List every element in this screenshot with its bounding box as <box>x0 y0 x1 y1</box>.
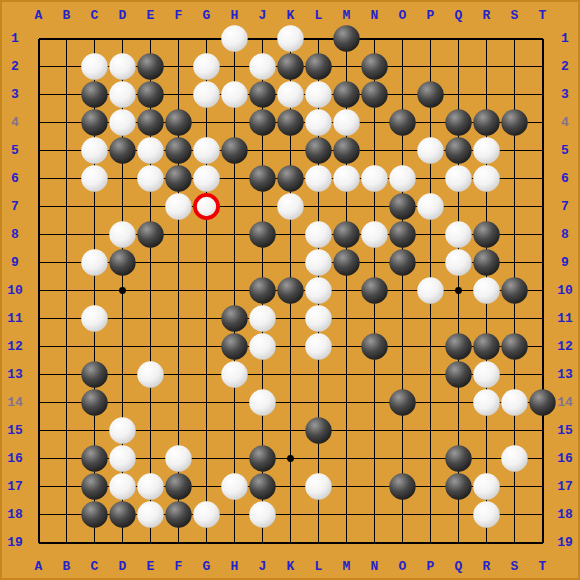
col-label-top: E <box>147 8 155 23</box>
stone-black <box>165 109 191 135</box>
col-label-bottom: J <box>259 559 267 574</box>
stone-black <box>445 333 471 359</box>
stone-black <box>137 81 163 107</box>
stone-white <box>445 165 471 191</box>
col-label-bottom: D <box>119 559 127 574</box>
row-label-right: 10 <box>557 283 573 298</box>
row-label-left: 8 <box>11 227 19 242</box>
row-label-left: 5 <box>11 143 19 158</box>
stone-white <box>501 389 527 415</box>
stone-white <box>417 277 443 303</box>
stone-white <box>81 137 107 163</box>
row-label-right: 9 <box>561 255 569 270</box>
col-label-bottom: Q <box>455 559 463 574</box>
stone-black <box>221 333 247 359</box>
stone-black <box>165 137 191 163</box>
stone-black <box>81 445 107 471</box>
stone-white <box>81 249 107 275</box>
stone-black <box>305 137 331 163</box>
stone-black <box>221 305 247 331</box>
stone-white <box>137 473 163 499</box>
stone-white <box>109 417 135 443</box>
stone-white <box>361 221 387 247</box>
stone-black <box>333 221 359 247</box>
stone-white <box>277 81 303 107</box>
stone-white <box>221 81 247 107</box>
row-label-left: 2 <box>11 59 19 74</box>
stone-white <box>305 333 331 359</box>
stone-white <box>305 165 331 191</box>
stone-white <box>305 277 331 303</box>
stone-black <box>109 501 135 527</box>
stone-black <box>277 165 303 191</box>
stone-black <box>249 109 275 135</box>
stone-white <box>445 249 471 275</box>
stone-white <box>81 53 107 79</box>
stone-black <box>417 81 443 107</box>
stone-white <box>165 445 191 471</box>
stone-black <box>277 109 303 135</box>
stone-white <box>305 473 331 499</box>
col-label-top: O <box>399 8 407 23</box>
stone-white <box>333 165 359 191</box>
stone-black <box>305 53 331 79</box>
star-point <box>119 287 126 294</box>
col-label-top: N <box>371 8 379 23</box>
stone-black <box>445 361 471 387</box>
stone-black <box>137 221 163 247</box>
row-label-left: 15 <box>7 423 23 438</box>
stone-black <box>165 501 191 527</box>
stone-black <box>361 333 387 359</box>
stone-white <box>417 137 443 163</box>
col-label-top: D <box>119 8 127 23</box>
stone-white <box>221 361 247 387</box>
stone-black <box>445 473 471 499</box>
stone-white <box>249 389 275 415</box>
stone-black <box>445 137 471 163</box>
stone-white <box>137 165 163 191</box>
stone-black <box>81 473 107 499</box>
stone-black <box>249 445 275 471</box>
stone-white <box>109 81 135 107</box>
stone-black <box>389 109 415 135</box>
row-label-right: 15 <box>557 423 573 438</box>
stone-black <box>361 81 387 107</box>
stone-white <box>305 109 331 135</box>
stone-white <box>137 137 163 163</box>
stone-black <box>361 277 387 303</box>
stone-white <box>109 473 135 499</box>
row-label-right: 5 <box>561 143 569 158</box>
row-label-right: 7 <box>561 199 569 214</box>
stone-white <box>137 361 163 387</box>
col-label-top: S <box>511 8 519 23</box>
stone-white <box>193 501 219 527</box>
col-label-top: F <box>175 8 183 23</box>
row-label-left: 17 <box>7 479 23 494</box>
stone-black <box>81 501 107 527</box>
col-label-bottom: C <box>91 559 99 574</box>
stone-white <box>473 473 499 499</box>
stone-white <box>193 165 219 191</box>
col-label-top: J <box>259 8 267 23</box>
stone-white <box>109 221 135 247</box>
stone-black <box>277 277 303 303</box>
stone-black <box>249 277 275 303</box>
col-label-top: A <box>35 8 43 23</box>
row-label-left: 11 <box>7 311 23 326</box>
row-label-left: 19 <box>7 535 23 550</box>
row-label-right: 17 <box>557 479 573 494</box>
go-board-svg[interactable]: AABBCCDDEEFFGGHHJJKKLLMMNNOOPPQQRRSSTT11… <box>0 0 580 580</box>
row-label-right: 13 <box>557 367 573 382</box>
star-point <box>287 455 294 462</box>
stone-black <box>333 81 359 107</box>
col-label-top: K <box>287 8 295 23</box>
stone-black <box>389 389 415 415</box>
row-label-right: 11 <box>557 311 573 326</box>
stone-black <box>305 417 331 443</box>
stone-black <box>81 361 107 387</box>
stone-black <box>389 193 415 219</box>
stone-white <box>473 165 499 191</box>
row-label-right: 16 <box>557 451 573 466</box>
col-label-top: B <box>63 8 71 23</box>
stone-white <box>389 165 415 191</box>
stone-white <box>81 165 107 191</box>
row-label-right: 1 <box>561 31 569 46</box>
col-label-top: H <box>231 8 239 23</box>
stone-black <box>473 333 499 359</box>
row-label-left: 3 <box>11 87 19 102</box>
row-label-right: 18 <box>557 507 573 522</box>
row-label-right: 4 <box>561 115 569 130</box>
row-label-left: 12 <box>7 339 23 354</box>
stone-white <box>249 305 275 331</box>
stone-white <box>221 473 247 499</box>
stone-white <box>81 305 107 331</box>
stone-white <box>249 53 275 79</box>
row-label-left: 9 <box>11 255 19 270</box>
row-label-left: 13 <box>7 367 23 382</box>
stone-black <box>473 221 499 247</box>
stone-black <box>389 221 415 247</box>
stone-black <box>445 109 471 135</box>
stone-black <box>333 137 359 163</box>
stone-white <box>305 221 331 247</box>
stone-black <box>137 53 163 79</box>
col-label-bottom: P <box>427 559 435 574</box>
col-label-top: P <box>427 8 435 23</box>
stone-white <box>501 445 527 471</box>
stone-white <box>109 53 135 79</box>
col-label-bottom: K <box>287 559 295 574</box>
col-label-bottom: M <box>343 559 351 574</box>
col-label-bottom: T <box>539 559 547 574</box>
stone-white <box>277 193 303 219</box>
col-label-bottom: E <box>147 559 155 574</box>
stone-black <box>473 249 499 275</box>
stone-white <box>249 333 275 359</box>
col-label-bottom: S <box>511 559 519 574</box>
stone-white <box>165 193 191 219</box>
stone-white <box>221 25 247 51</box>
row-label-left: 4 <box>11 115 19 130</box>
stone-white <box>473 501 499 527</box>
stone-black <box>473 109 499 135</box>
stone-white <box>473 137 499 163</box>
stone-black <box>109 249 135 275</box>
stone-black <box>529 389 555 415</box>
stone-white <box>305 81 331 107</box>
stone-black <box>109 137 135 163</box>
stone-black <box>445 445 471 471</box>
col-label-top: R <box>483 8 491 23</box>
stone-white <box>277 25 303 51</box>
stone-black <box>249 473 275 499</box>
row-label-right: 3 <box>561 87 569 102</box>
goban[interactable]: AABBCCDDEEFFGGHHJJKKLLMMNNOOPPQQRRSSTT11… <box>0 0 580 580</box>
col-label-bottom: B <box>63 559 71 574</box>
stone-black <box>389 473 415 499</box>
stone-white <box>305 249 331 275</box>
row-label-left: 16 <box>7 451 23 466</box>
stone-white <box>473 277 499 303</box>
row-label-left: 6 <box>11 171 19 186</box>
row-label-right: 2 <box>561 59 569 74</box>
row-label-left: 7 <box>11 199 19 214</box>
stone-black <box>165 165 191 191</box>
col-label-bottom: O <box>399 559 407 574</box>
stone-black <box>277 53 303 79</box>
col-label-top: L <box>315 8 323 23</box>
row-label-left: 14 <box>7 395 23 410</box>
col-label-bottom: N <box>371 559 379 574</box>
col-label-bottom: H <box>231 559 239 574</box>
stone-white <box>137 501 163 527</box>
stone-black <box>81 81 107 107</box>
stone-black <box>249 221 275 247</box>
stone-white <box>361 165 387 191</box>
stone-white <box>473 389 499 415</box>
stone-white <box>445 221 471 247</box>
stone-black <box>165 473 191 499</box>
stone-black <box>137 109 163 135</box>
stone-white <box>109 109 135 135</box>
stone-black <box>81 389 107 415</box>
row-label-left: 10 <box>7 283 23 298</box>
row-label-right: 19 <box>557 535 573 550</box>
col-label-bottom: R <box>483 559 491 574</box>
stone-white <box>473 361 499 387</box>
star-point <box>455 287 462 294</box>
row-label-right: 14 <box>557 395 573 410</box>
stone-white <box>417 193 443 219</box>
stone-black <box>333 25 359 51</box>
stone-white <box>305 305 331 331</box>
row-label-left: 1 <box>11 31 19 46</box>
stone-black <box>501 109 527 135</box>
stone-white <box>109 445 135 471</box>
col-label-top: Q <box>455 8 463 23</box>
stone-black <box>333 249 359 275</box>
stone-black <box>81 109 107 135</box>
stone-black <box>361 53 387 79</box>
col-label-top: T <box>539 8 547 23</box>
stone-white <box>193 81 219 107</box>
stone-black <box>249 165 275 191</box>
stone-black <box>249 81 275 107</box>
stone-black <box>221 137 247 163</box>
col-label-bottom: F <box>175 559 183 574</box>
col-label-top: G <box>203 8 211 23</box>
stone-black <box>501 333 527 359</box>
stone-white <box>249 501 275 527</box>
stone-white <box>193 137 219 163</box>
row-label-right: 8 <box>561 227 569 242</box>
stone-black <box>501 277 527 303</box>
col-label-bottom: G <box>203 559 211 574</box>
stone-white <box>193 53 219 79</box>
col-label-bottom: A <box>35 559 43 574</box>
row-label-left: 18 <box>7 507 23 522</box>
col-label-top: C <box>91 8 99 23</box>
stone-black <box>389 249 415 275</box>
row-label-right: 6 <box>561 171 569 186</box>
col-label-top: M <box>343 8 351 23</box>
stone-white <box>333 109 359 135</box>
row-label-right: 12 <box>557 339 573 354</box>
col-label-bottom: L <box>315 559 323 574</box>
